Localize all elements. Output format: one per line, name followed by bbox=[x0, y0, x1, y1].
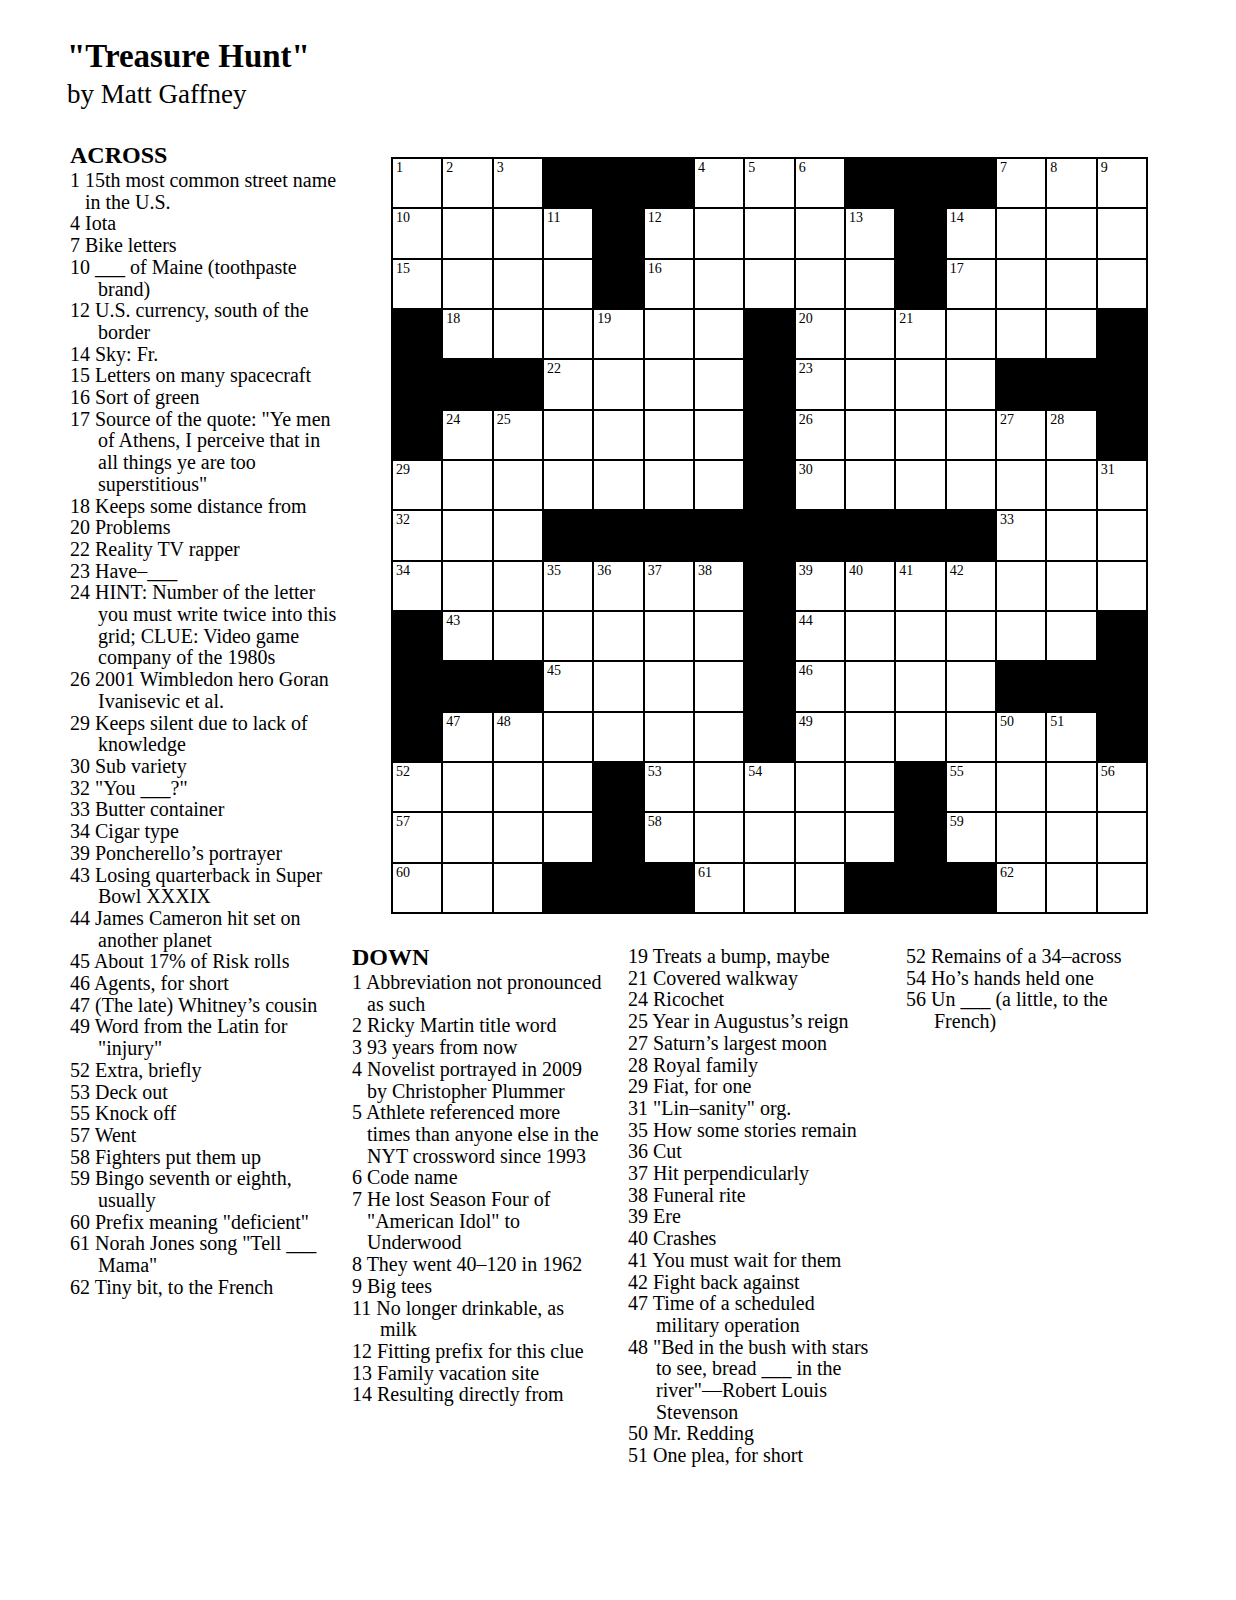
cell-number-17: 17 bbox=[950, 261, 964, 276]
white-cell-r9c4[interactable]: 35 bbox=[544, 562, 592, 610]
cell-number-37: 37 bbox=[648, 563, 662, 578]
white-cell-r9c10[interactable]: 40 bbox=[846, 562, 894, 610]
white-cell-r11c4[interactable]: 45 bbox=[544, 662, 592, 710]
white-cell-r7c11[interactable] bbox=[896, 461, 944, 509]
white-cell-r5c9[interactable]: 23 bbox=[796, 360, 844, 408]
across-clue-43: 43 Losing quarterback in Super Bowl XXXI… bbox=[70, 865, 338, 908]
white-cell-r6c2[interactable]: 24 bbox=[443, 411, 491, 459]
white-cell-r11c10[interactable] bbox=[846, 662, 894, 710]
across-clue-26: 26 2001 Wimbledon hero Goran Ivanisevic … bbox=[70, 669, 338, 712]
cell-number-5: 5 bbox=[748, 160, 755, 175]
white-cell-r9c2[interactable] bbox=[443, 562, 491, 610]
across-clue-1: 1 15th most common street name in the U.… bbox=[70, 170, 338, 213]
white-cell-r11c7[interactable] bbox=[695, 662, 743, 710]
across-clue-14: 14 Sky: Fr. bbox=[70, 344, 338, 366]
white-cell-r13c2[interactable] bbox=[443, 763, 491, 811]
down-clue-19: 19 Treats a bump, maybe bbox=[628, 946, 880, 968]
cell-number-52: 52 bbox=[396, 764, 410, 779]
black-cell-r7c8 bbox=[745, 461, 793, 509]
white-cell-r10c12[interactable] bbox=[947, 612, 995, 660]
white-cell-r13c12[interactable]: 55 bbox=[947, 763, 995, 811]
down-clue-28: 28 Royal family bbox=[628, 1055, 880, 1077]
black-cell-r4c1 bbox=[393, 310, 441, 358]
white-cell-r11c12[interactable] bbox=[947, 662, 995, 710]
white-cell-r4c10[interactable] bbox=[846, 310, 894, 358]
across-clue-12: 12 U.S. currency, south of the border bbox=[70, 300, 338, 343]
white-cell-r10c2[interactable]: 43 bbox=[443, 612, 491, 660]
across-clue-61: 61 Norah Jones song "Tell ___ Mama" bbox=[70, 1233, 338, 1276]
white-cell-r14c12[interactable]: 59 bbox=[947, 813, 995, 861]
cell-number-54: 54 bbox=[748, 764, 762, 779]
white-cell-r13c15[interactable]: 56 bbox=[1098, 763, 1146, 811]
cell-number-12: 12 bbox=[648, 210, 662, 225]
down-clue-list-1: 1 Abbreviation not pronounced as such2 R… bbox=[352, 972, 604, 1406]
down-clue-27: 27 Saturn’s largest moon bbox=[628, 1033, 880, 1055]
white-cell-r3c9[interactable] bbox=[796, 260, 844, 308]
white-cell-r13c4[interactable] bbox=[544, 763, 592, 811]
white-cell-r13c13[interactable] bbox=[997, 763, 1045, 811]
white-cell-r12c14[interactable]: 51 bbox=[1047, 713, 1095, 761]
white-cell-r14c10[interactable] bbox=[846, 813, 894, 861]
white-cell-r9c13[interactable] bbox=[997, 562, 1045, 610]
white-cell-r6c3[interactable]: 25 bbox=[494, 411, 542, 459]
cell-number-39: 39 bbox=[799, 563, 813, 578]
down-clue-29: 29 Fiat, for one bbox=[628, 1076, 880, 1098]
white-cell-r2c6[interactable]: 12 bbox=[645, 209, 693, 257]
cell-number-18: 18 bbox=[446, 311, 460, 326]
white-cell-r14c13[interactable] bbox=[997, 813, 1045, 861]
white-cell-r7c3[interactable] bbox=[494, 461, 542, 509]
black-cell-r5c15 bbox=[1098, 360, 1146, 408]
black-cell-r5c3 bbox=[494, 360, 542, 408]
white-cell-r10c11[interactable] bbox=[896, 612, 944, 660]
cell-number-40: 40 bbox=[849, 563, 863, 578]
down-clue-24: 24 Ricochet bbox=[628, 989, 880, 1011]
white-cell-r3c3[interactable] bbox=[494, 260, 542, 308]
white-cell-r7c9[interactable]: 30 bbox=[796, 461, 844, 509]
puzzle-title: "Treasure Hunt" bbox=[67, 38, 310, 74]
white-cell-r11c11[interactable] bbox=[896, 662, 944, 710]
white-cell-r6c14[interactable]: 28 bbox=[1047, 411, 1095, 459]
black-cell-r2c11 bbox=[896, 209, 944, 257]
white-cell-r2c14[interactable] bbox=[1047, 209, 1095, 257]
white-cell-r12c11[interactable] bbox=[896, 713, 944, 761]
down-clue-11: 11 No longer drinkable, as milk bbox=[352, 1298, 604, 1341]
across-clue-33: 33 Butter container bbox=[70, 799, 338, 821]
cell-number-48: 48 bbox=[497, 714, 511, 729]
black-cell-r2c5 bbox=[594, 209, 642, 257]
white-cell-r1c2[interactable]: 2 bbox=[443, 159, 491, 207]
black-cell-r8c12 bbox=[947, 511, 995, 559]
down-clues-column-3: 52 Remains of a 34–across54 Ho’s hands h… bbox=[906, 946, 1152, 1033]
black-cell-r5c1 bbox=[393, 360, 441, 408]
white-cell-r3c2[interactable] bbox=[443, 260, 491, 308]
black-cell-r8c11 bbox=[896, 511, 944, 559]
black-cell-r15c10 bbox=[846, 864, 894, 912]
cell-number-61: 61 bbox=[698, 865, 712, 880]
cell-number-55: 55 bbox=[950, 764, 964, 779]
white-cell-r14c3[interactable] bbox=[494, 813, 542, 861]
white-cell-r7c2[interactable] bbox=[443, 461, 491, 509]
across-clue-53: 53 Deck out bbox=[70, 1082, 338, 1104]
white-cell-r6c13[interactable]: 27 bbox=[997, 411, 1045, 459]
white-cell-r10c3[interactable] bbox=[494, 612, 542, 660]
white-cell-r2c2[interactable] bbox=[443, 209, 491, 257]
cell-number-58: 58 bbox=[648, 814, 662, 829]
down-clue-12: 12 Fitting prefix for this clue bbox=[352, 1341, 604, 1363]
white-cell-r4c14[interactable] bbox=[1047, 310, 1095, 358]
white-cell-r2c10[interactable]: 13 bbox=[846, 209, 894, 257]
white-cell-r14c14[interactable] bbox=[1047, 813, 1095, 861]
white-cell-r1c13[interactable]: 7 bbox=[997, 159, 1045, 207]
black-cell-r15c5 bbox=[594, 864, 642, 912]
cell-number-8: 8 bbox=[1050, 160, 1057, 175]
cell-number-1: 1 bbox=[396, 160, 403, 175]
white-cell-r10c5[interactable] bbox=[594, 612, 642, 660]
white-cell-r2c4[interactable]: 11 bbox=[544, 209, 592, 257]
cell-number-29: 29 bbox=[396, 462, 410, 477]
white-cell-r3c14[interactable] bbox=[1047, 260, 1095, 308]
white-cell-r12c4[interactable] bbox=[544, 713, 592, 761]
white-cell-r4c11[interactable]: 21 bbox=[896, 310, 944, 358]
across-clue-23: 23 Have–___ bbox=[70, 561, 338, 583]
white-cell-r11c9[interactable]: 46 bbox=[796, 662, 844, 710]
black-cell-r12c1 bbox=[393, 713, 441, 761]
white-cell-r8c14[interactable] bbox=[1047, 511, 1095, 559]
white-cell-r10c13[interactable] bbox=[997, 612, 1045, 660]
white-cell-r15c7[interactable]: 61 bbox=[695, 864, 743, 912]
across-clue-24: 24 HINT: Number of the letter you must w… bbox=[70, 582, 338, 669]
white-cell-r12c10[interactable] bbox=[846, 713, 894, 761]
down-clue-8: 8 They went 40–120 in 1962 bbox=[352, 1254, 604, 1276]
across-clue-58: 58 Fighters put them up bbox=[70, 1147, 338, 1169]
white-cell-r7c7[interactable] bbox=[695, 461, 743, 509]
white-cell-r7c1[interactable]: 29 bbox=[393, 461, 441, 509]
white-cell-r15c9[interactable] bbox=[796, 864, 844, 912]
white-cell-r12c12[interactable] bbox=[947, 713, 995, 761]
white-cell-r9c15[interactable] bbox=[1098, 562, 1146, 610]
black-cell-r8c8 bbox=[745, 511, 793, 559]
white-cell-r3c12[interactable]: 17 bbox=[947, 260, 995, 308]
white-cell-r15c14[interactable] bbox=[1047, 864, 1095, 912]
down-clue-38: 38 Funeral rite bbox=[628, 1185, 880, 1207]
black-cell-r11c3 bbox=[494, 662, 542, 710]
white-cell-r4c13[interactable] bbox=[997, 310, 1045, 358]
white-cell-r12c7[interactable] bbox=[695, 713, 743, 761]
white-cell-r10c6[interactable] bbox=[645, 612, 693, 660]
cell-number-35: 35 bbox=[547, 563, 561, 578]
down-clues-column-2: 19 Treats a bump, maybe21 Covered walkwa… bbox=[628, 946, 880, 1467]
white-cell-r8c2[interactable] bbox=[443, 511, 491, 559]
white-cell-r6c12[interactable] bbox=[947, 411, 995, 459]
white-cell-r15c2[interactable] bbox=[443, 864, 491, 912]
white-cell-r5c5[interactable] bbox=[594, 360, 642, 408]
white-cell-r1c15[interactable]: 9 bbox=[1098, 159, 1146, 207]
black-cell-r13c5 bbox=[594, 763, 642, 811]
white-cell-r15c8[interactable] bbox=[745, 864, 793, 912]
across-clue-32: 32 "You ___?" bbox=[70, 778, 338, 800]
black-cell-r15c4 bbox=[544, 864, 592, 912]
white-cell-r6c11[interactable] bbox=[896, 411, 944, 459]
white-cell-r14c15[interactable] bbox=[1098, 813, 1146, 861]
down-clue-7: 7 He lost Season Four of "American Idol"… bbox=[352, 1189, 604, 1254]
white-cell-r11c5[interactable] bbox=[594, 662, 642, 710]
white-cell-r12c2[interactable]: 47 bbox=[443, 713, 491, 761]
white-cell-r4c3[interactable] bbox=[494, 310, 542, 358]
white-cell-r3c10[interactable] bbox=[846, 260, 894, 308]
white-cell-r4c2[interactable]: 18 bbox=[443, 310, 491, 358]
down-clue-48: 48 "Bed in the bush with stars to see, b… bbox=[628, 1337, 880, 1424]
white-cell-r13c14[interactable] bbox=[1047, 763, 1095, 811]
white-cell-r14c6[interactable]: 58 bbox=[645, 813, 693, 861]
cell-number-53: 53 bbox=[648, 764, 662, 779]
white-cell-r4c5[interactable]: 19 bbox=[594, 310, 642, 358]
white-cell-r6c10[interactable] bbox=[846, 411, 894, 459]
white-cell-r14c4[interactable] bbox=[544, 813, 592, 861]
white-cell-r10c4[interactable] bbox=[544, 612, 592, 660]
white-cell-r9c3[interactable] bbox=[494, 562, 542, 610]
white-cell-r3c7[interactable] bbox=[695, 260, 743, 308]
white-cell-r13c9[interactable] bbox=[796, 763, 844, 811]
across-clue-60: 60 Prefix meaning "deficient" bbox=[70, 1212, 338, 1234]
white-cell-r7c12[interactable] bbox=[947, 461, 995, 509]
across-clue-55: 55 Knock off bbox=[70, 1103, 338, 1125]
down-clue-3: 3 93 years from now bbox=[352, 1037, 604, 1059]
white-cell-r6c5[interactable] bbox=[594, 411, 642, 459]
cell-number-20: 20 bbox=[799, 311, 813, 326]
down-clue-4: 4 Novelist portrayed in 2009 by Christop… bbox=[352, 1059, 604, 1102]
white-cell-r15c3[interactable] bbox=[494, 864, 542, 912]
white-cell-r15c1[interactable]: 60 bbox=[393, 864, 441, 912]
cell-number-49: 49 bbox=[799, 714, 813, 729]
white-cell-r9c5[interactable]: 36 bbox=[594, 562, 642, 610]
white-cell-r9c7[interactable]: 38 bbox=[695, 562, 743, 610]
cell-number-10: 10 bbox=[396, 210, 410, 225]
white-cell-r2c1[interactable]: 10 bbox=[393, 209, 441, 257]
across-clue-7: 7 Bike letters bbox=[70, 235, 338, 257]
cell-number-33: 33 bbox=[1000, 512, 1014, 527]
white-cell-r12c6[interactable] bbox=[645, 713, 693, 761]
black-cell-r8c7 bbox=[695, 511, 743, 559]
white-cell-r8c1[interactable]: 32 bbox=[393, 511, 441, 559]
cell-number-14: 14 bbox=[950, 210, 964, 225]
white-cell-r3c6[interactable]: 16 bbox=[645, 260, 693, 308]
black-cell-r3c5 bbox=[594, 260, 642, 308]
white-cell-r9c1[interactable]: 34 bbox=[393, 562, 441, 610]
down-clue-13: 13 Family vacation site bbox=[352, 1363, 604, 1385]
white-cell-r6c7[interactable] bbox=[695, 411, 743, 459]
cell-number-30: 30 bbox=[799, 462, 813, 477]
white-cell-r13c6[interactable]: 53 bbox=[645, 763, 693, 811]
across-clue-45: 45 About 17% of Risk rolls bbox=[70, 951, 338, 973]
white-cell-r15c15[interactable] bbox=[1098, 864, 1146, 912]
black-cell-r8c5 bbox=[594, 511, 642, 559]
white-cell-r13c10[interactable] bbox=[846, 763, 894, 811]
white-cell-r8c3[interactable] bbox=[494, 511, 542, 559]
cell-number-44: 44 bbox=[799, 613, 813, 628]
white-cell-r13c7[interactable] bbox=[695, 763, 743, 811]
cell-number-6: 6 bbox=[799, 160, 806, 175]
white-cell-r10c10[interactable] bbox=[846, 612, 894, 660]
black-cell-r8c6 bbox=[645, 511, 693, 559]
white-cell-r2c12[interactable]: 14 bbox=[947, 209, 995, 257]
white-cell-r12c5[interactable] bbox=[594, 713, 642, 761]
white-cell-r4c6[interactable] bbox=[645, 310, 693, 358]
cell-number-24: 24 bbox=[446, 412, 460, 427]
white-cell-r12c3[interactable]: 48 bbox=[494, 713, 542, 761]
down-clue-51: 51 One plea, for short bbox=[628, 1445, 880, 1467]
black-cell-r11c1 bbox=[393, 662, 441, 710]
cell-number-19: 19 bbox=[597, 311, 611, 326]
white-cell-r10c14[interactable] bbox=[1047, 612, 1095, 660]
cell-number-7: 7 bbox=[1000, 160, 1007, 175]
white-cell-r7c4[interactable] bbox=[544, 461, 592, 509]
down-header: DOWN bbox=[352, 944, 604, 970]
down-clue-39: 39 Ere bbox=[628, 1206, 880, 1228]
down-clue-54: 54 Ho’s hands held one bbox=[906, 968, 1152, 990]
cell-number-51: 51 bbox=[1050, 714, 1064, 729]
white-cell-r1c8[interactable]: 5 bbox=[745, 159, 793, 207]
white-cell-r14c8[interactable] bbox=[745, 813, 793, 861]
across-clue-17: 17 Source of the quote: "Ye men of Athen… bbox=[70, 409, 338, 496]
white-cell-r5c6[interactable] bbox=[645, 360, 693, 408]
cell-number-45: 45 bbox=[547, 663, 561, 678]
white-cell-r3c1[interactable]: 15 bbox=[393, 260, 441, 308]
white-cell-r7c13[interactable] bbox=[997, 461, 1045, 509]
cell-number-46: 46 bbox=[799, 663, 813, 678]
white-cell-r14c2[interactable] bbox=[443, 813, 491, 861]
across-clue-47: 47 (The late) Whitney’s cousin bbox=[70, 995, 338, 1017]
across-clue-49: 49 Word from the Latin for "injury" bbox=[70, 1016, 338, 1059]
white-cell-r2c15[interactable] bbox=[1098, 209, 1146, 257]
down-clue-list-2: 19 Treats a bump, maybe21 Covered walkwa… bbox=[628, 946, 880, 1467]
white-cell-r4c9[interactable]: 20 bbox=[796, 310, 844, 358]
black-cell-r15c12 bbox=[947, 864, 995, 912]
cell-number-59: 59 bbox=[950, 814, 964, 829]
white-cell-r8c15[interactable] bbox=[1098, 511, 1146, 559]
cell-number-23: 23 bbox=[799, 361, 813, 376]
black-cell-r1c10 bbox=[846, 159, 894, 207]
cell-number-13: 13 bbox=[849, 210, 863, 225]
white-cell-r5c11[interactable] bbox=[896, 360, 944, 408]
white-cell-r6c9[interactable]: 26 bbox=[796, 411, 844, 459]
cell-number-2: 2 bbox=[446, 160, 453, 175]
black-cell-r12c8 bbox=[745, 713, 793, 761]
cell-number-28: 28 bbox=[1050, 412, 1064, 427]
white-cell-r7c6[interactable] bbox=[645, 461, 693, 509]
white-cell-r14c9[interactable] bbox=[796, 813, 844, 861]
cell-number-22: 22 bbox=[547, 361, 561, 376]
black-cell-r1c11 bbox=[896, 159, 944, 207]
white-cell-r7c14[interactable] bbox=[1047, 461, 1095, 509]
black-cell-r5c8 bbox=[745, 360, 793, 408]
white-cell-r14c7[interactable] bbox=[695, 813, 743, 861]
white-cell-r1c14[interactable]: 8 bbox=[1047, 159, 1095, 207]
white-cell-r2c9[interactable] bbox=[796, 209, 844, 257]
white-cell-r13c3[interactable] bbox=[494, 763, 542, 811]
white-cell-r2c8[interactable] bbox=[745, 209, 793, 257]
white-cell-r13c8[interactable]: 54 bbox=[745, 763, 793, 811]
cell-number-31: 31 bbox=[1101, 462, 1115, 477]
white-cell-r4c7[interactable] bbox=[695, 310, 743, 358]
white-cell-r3c4[interactable] bbox=[544, 260, 592, 308]
white-cell-r7c10[interactable] bbox=[846, 461, 894, 509]
white-cell-r9c12[interactable]: 42 bbox=[947, 562, 995, 610]
white-cell-r2c13[interactable] bbox=[997, 209, 1045, 257]
white-cell-r15c13[interactable]: 62 bbox=[997, 864, 1045, 912]
black-cell-r15c6 bbox=[645, 864, 693, 912]
across-clue-34: 34 Cigar type bbox=[70, 821, 338, 843]
down-clue-6: 6 Code name bbox=[352, 1167, 604, 1189]
down-clue-56: 56 Un ___ (a little, to the French) bbox=[906, 989, 1152, 1032]
cell-number-32: 32 bbox=[396, 512, 410, 527]
black-cell-r15c11 bbox=[896, 864, 944, 912]
white-cell-r9c9[interactable]: 39 bbox=[796, 562, 844, 610]
black-cell-r6c1 bbox=[393, 411, 441, 459]
white-cell-r7c5[interactable] bbox=[594, 461, 642, 509]
white-cell-r5c12[interactable] bbox=[947, 360, 995, 408]
white-cell-r6c4[interactable] bbox=[544, 411, 592, 459]
across-clue-20: 20 Problems bbox=[70, 517, 338, 539]
cell-number-16: 16 bbox=[648, 261, 662, 276]
cell-number-60: 60 bbox=[396, 865, 410, 880]
crossword-grid: 1234567891011121314151617181920212223242… bbox=[391, 157, 1148, 914]
black-cell-r1c5 bbox=[594, 159, 642, 207]
white-cell-r14c1[interactable]: 57 bbox=[393, 813, 441, 861]
white-cell-r11c6[interactable] bbox=[645, 662, 693, 710]
white-cell-r4c12[interactable] bbox=[947, 310, 995, 358]
across-clue-57: 57 Went bbox=[70, 1125, 338, 1147]
white-cell-r13c1[interactable]: 52 bbox=[393, 763, 441, 811]
across-clue-46: 46 Agents, for short bbox=[70, 973, 338, 995]
white-cell-r5c4[interactable]: 22 bbox=[544, 360, 592, 408]
white-cell-r7c15[interactable]: 31 bbox=[1098, 461, 1146, 509]
white-cell-r8c13[interactable]: 33 bbox=[997, 511, 1045, 559]
across-clue-52: 52 Extra, briefly bbox=[70, 1060, 338, 1082]
white-cell-r9c6[interactable]: 37 bbox=[645, 562, 693, 610]
white-cell-r3c8[interactable] bbox=[745, 260, 793, 308]
white-cell-r10c9[interactable]: 44 bbox=[796, 612, 844, 660]
white-cell-r3c15[interactable] bbox=[1098, 260, 1146, 308]
white-cell-r1c1[interactable]: 1 bbox=[393, 159, 441, 207]
black-cell-r11c8 bbox=[745, 662, 793, 710]
white-cell-r2c7[interactable] bbox=[695, 209, 743, 257]
white-cell-r5c7[interactable] bbox=[695, 360, 743, 408]
white-cell-r9c11[interactable]: 41 bbox=[896, 562, 944, 610]
down-clue-2: 2 Ricky Martin title word bbox=[352, 1015, 604, 1037]
down-clue-42: 42 Fight back against bbox=[628, 1272, 880, 1294]
cell-number-4: 4 bbox=[698, 160, 705, 175]
white-cell-r1c9[interactable]: 6 bbox=[796, 159, 844, 207]
white-cell-r12c9[interactable]: 49 bbox=[796, 713, 844, 761]
white-cell-r6c6[interactable] bbox=[645, 411, 693, 459]
down-clue-9: 9 Big tees bbox=[352, 1276, 604, 1298]
white-cell-r3c13[interactable] bbox=[997, 260, 1045, 308]
white-cell-r2c3[interactable] bbox=[494, 209, 542, 257]
white-cell-r4c4[interactable] bbox=[544, 310, 592, 358]
down-clue-25: 25 Year in Augustus’s reign bbox=[628, 1011, 880, 1033]
down-clue-47: 47 Time of a scheduled military operatio… bbox=[628, 1293, 880, 1336]
white-cell-r1c7[interactable]: 4 bbox=[695, 159, 743, 207]
down-clue-41: 41 You must wait for them bbox=[628, 1250, 880, 1272]
black-cell-r13c11 bbox=[896, 763, 944, 811]
cell-number-56: 56 bbox=[1101, 764, 1115, 779]
white-cell-r1c3[interactable]: 3 bbox=[494, 159, 542, 207]
white-cell-r10c7[interactable] bbox=[695, 612, 743, 660]
white-cell-r5c10[interactable] bbox=[846, 360, 894, 408]
white-cell-r9c14[interactable] bbox=[1047, 562, 1095, 610]
white-cell-r12c13[interactable]: 50 bbox=[997, 713, 1045, 761]
